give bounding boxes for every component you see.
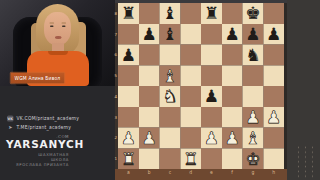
rank-label-3: 3 bbox=[115, 107, 120, 128]
square-b7[interactable]: ♟ bbox=[139, 24, 160, 45]
logo-title: YARSANYCH bbox=[6, 139, 69, 151]
piece-black-pawn[interactable]: ♟ bbox=[204, 86, 219, 107]
square-f5[interactable] bbox=[222, 65, 243, 86]
piece-black-pawn[interactable]: ♟ bbox=[121, 45, 136, 66]
piece-white-rook[interactable]: ♜ bbox=[183, 148, 198, 169]
square-d7[interactable] bbox=[180, 24, 201, 45]
square-b2[interactable]: ♟ bbox=[139, 128, 160, 149]
square-e4[interactable]: ♟ bbox=[201, 86, 222, 107]
stream-frame: WGM Алина Бивол VKVK.COM/prizant_academy… bbox=[0, 0, 320, 180]
square-a4[interactable] bbox=[118, 86, 139, 107]
square-d6[interactable] bbox=[180, 45, 201, 66]
square-g4[interactable] bbox=[243, 86, 264, 107]
square-e8[interactable]: ♜ bbox=[201, 3, 222, 24]
square-d5[interactable] bbox=[180, 65, 201, 86]
piece-white-bishop[interactable]: ♝ bbox=[162, 65, 177, 86]
square-f6[interactable] bbox=[222, 45, 243, 66]
square-c7[interactable]: ♝ bbox=[160, 24, 181, 45]
piece-white-pawn[interactable]: ♟ bbox=[142, 128, 157, 149]
rank-label-7: 7 bbox=[115, 24, 120, 45]
dot-grid-decoration-right bbox=[295, 145, 318, 178]
rank-label-8: 8 bbox=[115, 3, 120, 24]
piece-black-bishop[interactable]: ♝ bbox=[162, 3, 177, 24]
square-b5[interactable] bbox=[139, 65, 160, 86]
piece-white-pawn[interactable]: ♟ bbox=[266, 107, 281, 128]
square-d3[interactable] bbox=[180, 107, 201, 128]
square-h2[interactable] bbox=[263, 128, 284, 149]
square-c8[interactable]: ♝ bbox=[160, 3, 181, 24]
square-h8[interactable] bbox=[263, 3, 284, 24]
square-f2[interactable]: ♟ bbox=[222, 128, 243, 149]
piece-white-knight[interactable]: ♞ bbox=[162, 86, 177, 107]
square-a3[interactable] bbox=[118, 107, 139, 128]
square-g1[interactable]: ♚ bbox=[243, 148, 264, 169]
piece-black-pawn[interactable]: ♟ bbox=[245, 24, 260, 45]
vk-icon: VK bbox=[7, 115, 14, 121]
square-e2[interactable]: ♟ bbox=[201, 128, 222, 149]
square-e1[interactable] bbox=[201, 148, 222, 169]
square-c1[interactable] bbox=[160, 148, 181, 169]
right-background-strip bbox=[287, 0, 320, 180]
info-panel: VKVK.COM/prizant_academy➤T.ME/prizant_ac… bbox=[0, 86, 115, 180]
logo-block: .COM YARSANYCH ШАХМАТНАЯШКОЛАЯРОСЛАВА ПР… bbox=[6, 134, 69, 167]
square-b1[interactable] bbox=[139, 148, 160, 169]
telegram-icon: ➤ bbox=[7, 124, 14, 130]
piece-black-bishop[interactable]: ♝ bbox=[162, 24, 177, 45]
school-subtitle: ШАХМАТНАЯШКОЛАЯРОСЛАВА ПРИЗАНТА bbox=[6, 152, 69, 167]
square-f3[interactable] bbox=[222, 107, 243, 128]
file-label-c: c bbox=[160, 170, 181, 175]
piece-white-pawn[interactable]: ♟ bbox=[225, 128, 240, 149]
square-g8[interactable]: ♚ bbox=[243, 3, 264, 24]
eye-right bbox=[62, 26, 66, 28]
rank-label-5: 5 bbox=[115, 65, 120, 86]
piece-white-pawn[interactable]: ♟ bbox=[204, 128, 219, 149]
social-link-label: VK.COM/prizant_academy bbox=[17, 116, 80, 121]
square-c2[interactable] bbox=[160, 128, 181, 149]
square-g5[interactable] bbox=[243, 65, 264, 86]
square-g3[interactable]: ♟ bbox=[243, 107, 264, 128]
square-e7[interactable] bbox=[201, 24, 222, 45]
square-d2[interactable] bbox=[180, 128, 201, 149]
square-h1[interactable] bbox=[263, 148, 284, 169]
square-a5[interactable] bbox=[118, 65, 139, 86]
file-label-d: d bbox=[180, 170, 201, 175]
chess-board[interactable]: ♜♝♜♚♟♝♟♟♟♟♞♝♞♟♟♟♟♟♟♟♝♜♜♚ bbox=[118, 3, 284, 169]
square-b4[interactable] bbox=[139, 86, 160, 107]
webcam-view: WGM Алина Бивол bbox=[0, 0, 115, 86]
square-b3[interactable] bbox=[139, 107, 160, 128]
square-c3[interactable] bbox=[160, 107, 181, 128]
piece-white-pawn[interactable]: ♟ bbox=[245, 107, 260, 128]
file-label-f: f bbox=[222, 170, 243, 175]
square-a7[interactable] bbox=[118, 24, 139, 45]
piece-white-bishop[interactable]: ♝ bbox=[245, 128, 260, 149]
square-h4[interactable] bbox=[263, 86, 284, 107]
file-label-a: a bbox=[118, 170, 139, 175]
square-a2[interactable]: ♟ bbox=[118, 128, 139, 149]
piece-black-king[interactable]: ♚ bbox=[245, 3, 260, 24]
piece-white-king[interactable]: ♚ bbox=[245, 148, 260, 169]
square-d1[interactable]: ♜ bbox=[180, 148, 201, 169]
square-b6[interactable] bbox=[139, 45, 160, 66]
social-link: VKVK.COM/prizant_academy bbox=[7, 114, 79, 123]
square-e5[interactable] bbox=[201, 65, 222, 86]
square-f4[interactable] bbox=[222, 86, 243, 107]
square-a8[interactable]: ♜ bbox=[118, 3, 139, 24]
square-a6[interactable]: ♟ bbox=[118, 45, 139, 66]
square-d8[interactable] bbox=[180, 3, 201, 24]
square-f7[interactable]: ♟ bbox=[222, 24, 243, 45]
social-link: ➤T.ME/prizant_academy bbox=[7, 123, 79, 132]
square-e6[interactable] bbox=[201, 45, 222, 66]
piece-black-rook[interactable]: ♜ bbox=[204, 3, 219, 24]
square-a1[interactable]: ♜ bbox=[118, 148, 139, 169]
rank-label-2: 2 bbox=[115, 128, 120, 149]
square-c4[interactable]: ♞ bbox=[160, 86, 181, 107]
square-g6[interactable]: ♞ bbox=[243, 45, 264, 66]
square-g7[interactable]: ♟ bbox=[243, 24, 264, 45]
school-subtitle-line: ЯРОСЛАВА ПРИЗАНТА bbox=[6, 162, 69, 167]
shirt-collar bbox=[48, 51, 68, 55]
square-b8[interactable] bbox=[139, 3, 160, 24]
file-label-g: g bbox=[243, 170, 264, 175]
square-h5[interactable] bbox=[263, 65, 284, 86]
piece-white-rook[interactable]: ♜ bbox=[121, 148, 136, 169]
rank-label-6: 6 bbox=[115, 45, 120, 66]
social-link-label: T.ME/prizant_academy bbox=[17, 124, 71, 129]
square-c6[interactable] bbox=[160, 45, 181, 66]
square-f8[interactable] bbox=[222, 3, 243, 24]
file-label-e: e bbox=[201, 170, 222, 175]
file-label-h: h bbox=[263, 170, 284, 175]
eye-left bbox=[50, 26, 54, 28]
eyebrow-right bbox=[62, 23, 67, 24]
square-h3[interactable]: ♟ bbox=[263, 107, 284, 128]
rank-label-4: 4 bbox=[115, 86, 120, 107]
piece-black-knight[interactable]: ♞ bbox=[245, 45, 260, 66]
social-links: VKVK.COM/prizant_academy➤T.ME/prizant_ac… bbox=[7, 114, 79, 131]
file-label-b: b bbox=[139, 170, 160, 175]
eyebrow-left bbox=[50, 23, 55, 24]
mouth bbox=[55, 36, 62, 39]
piece-black-pawn[interactable]: ♟ bbox=[225, 24, 240, 45]
square-d4[interactable] bbox=[180, 86, 201, 107]
square-e3[interactable] bbox=[201, 107, 222, 128]
square-h7[interactable]: ♟ bbox=[263, 24, 284, 45]
piece-black-pawn[interactable]: ♟ bbox=[266, 24, 281, 45]
streamer-name-tag: WGM Алина Бивол bbox=[10, 72, 65, 84]
square-c5[interactable]: ♝ bbox=[160, 65, 181, 86]
square-g2[interactable]: ♝ bbox=[243, 128, 264, 149]
square-h6[interactable] bbox=[263, 45, 284, 66]
piece-black-pawn[interactable]: ♟ bbox=[142, 24, 157, 45]
square-f1[interactable] bbox=[222, 148, 243, 169]
piece-black-rook[interactable]: ♜ bbox=[121, 3, 136, 24]
piece-white-pawn[interactable]: ♟ bbox=[121, 128, 136, 149]
rank-label-1: 1 bbox=[115, 148, 120, 169]
face bbox=[44, 12, 71, 45]
